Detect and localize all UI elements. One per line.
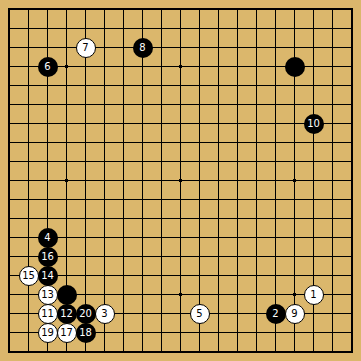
board-intersection: [19, 342, 38, 361]
board-intersection: [323, 38, 342, 57]
board-intersection: [152, 342, 171, 361]
board-intersection: [171, 190, 190, 209]
board-intersection: [247, 285, 266, 304]
white-stone: 19: [38, 323, 58, 343]
board-intersection: [19, 95, 38, 114]
board-intersection: [285, 323, 304, 342]
black-stone: 18: [76, 323, 96, 343]
board-intersection: [95, 323, 114, 342]
board-intersection: [209, 76, 228, 95]
board-intersection: [190, 323, 209, 342]
board-intersection: [114, 38, 133, 57]
board-intersection: [0, 0, 19, 19]
board-intersection: [19, 114, 38, 133]
board-intersection: [342, 228, 361, 247]
board-intersection: [0, 114, 19, 133]
board-intersection: [133, 171, 152, 190]
board-intersection: [247, 76, 266, 95]
board-intersection: [342, 95, 361, 114]
board-intersection: [152, 76, 171, 95]
board-intersection: [38, 76, 57, 95]
board-intersection: [0, 152, 19, 171]
board-intersection: [266, 57, 285, 76]
board-intersection: [95, 266, 114, 285]
board-intersection: [266, 76, 285, 95]
board-intersection: [190, 247, 209, 266]
board-intersection: [209, 266, 228, 285]
board-intersection: [133, 152, 152, 171]
board-intersection: [209, 190, 228, 209]
board-intersection: [95, 38, 114, 57]
board-intersection: [323, 304, 342, 323]
board-intersection: [57, 95, 76, 114]
board-intersection: [19, 0, 38, 19]
board-intersection: [133, 209, 152, 228]
board-intersection: [171, 285, 190, 304]
board-intersection: [342, 342, 361, 361]
board-intersection: [342, 266, 361, 285]
board-intersection: [304, 152, 323, 171]
board-intersection: [247, 342, 266, 361]
board-intersection: [95, 57, 114, 76]
board-intersection: [152, 209, 171, 228]
white-stone: 11: [38, 304, 58, 324]
board-intersection: [114, 76, 133, 95]
star-point: [179, 179, 182, 182]
board-intersection: [266, 38, 285, 57]
board-intersection: [228, 38, 247, 57]
board-intersection: [190, 114, 209, 133]
board-intersection: [171, 57, 190, 76]
board-intersection: [133, 228, 152, 247]
board-intersection: [209, 57, 228, 76]
board-intersection: [57, 38, 76, 57]
board-intersection: [304, 19, 323, 38]
board-intersection: [228, 152, 247, 171]
board-intersection: [133, 266, 152, 285]
black-stone: 14: [38, 266, 58, 286]
board-intersection: [57, 57, 76, 76]
board-intersection: [190, 76, 209, 95]
board-intersection: [152, 228, 171, 247]
board-intersection: [304, 342, 323, 361]
board-intersection: [133, 323, 152, 342]
board-intersection: [76, 190, 95, 209]
board-intersection: [285, 76, 304, 95]
board-intersection: [152, 0, 171, 19]
board-intersection: [38, 114, 57, 133]
board-intersection: [323, 190, 342, 209]
board-intersection: [342, 57, 361, 76]
board-intersection: [114, 152, 133, 171]
board-intersection: [95, 133, 114, 152]
board-intersection: [304, 323, 323, 342]
board-intersection: [247, 152, 266, 171]
white-stone: 17: [57, 323, 77, 343]
black-stone-handicap: [285, 57, 305, 77]
board-intersection: [304, 0, 323, 19]
board-intersection: [266, 266, 285, 285]
board-intersection: [266, 171, 285, 190]
board-intersection: [304, 95, 323, 114]
board-intersection: [228, 323, 247, 342]
black-stone: 2: [266, 304, 286, 324]
board-intersection: [38, 342, 57, 361]
board-intersection: [114, 133, 133, 152]
board-intersection: [114, 304, 133, 323]
board-intersection: [76, 247, 95, 266]
board-intersection: [285, 19, 304, 38]
board-intersection: [247, 19, 266, 38]
board-intersection: [38, 38, 57, 57]
board-intersection: [323, 209, 342, 228]
board-intersection: [171, 19, 190, 38]
board-intersection: [228, 0, 247, 19]
board-intersection: [152, 323, 171, 342]
board-intersection: [323, 0, 342, 19]
board-intersection: [342, 152, 361, 171]
board-intersection: [114, 323, 133, 342]
board-intersection: [209, 38, 228, 57]
board-intersection: [114, 0, 133, 19]
board-intersection: [266, 247, 285, 266]
board-intersection: [323, 247, 342, 266]
board-intersection: [152, 171, 171, 190]
board-intersection: [228, 57, 247, 76]
board-intersection: [304, 133, 323, 152]
board-intersection: [209, 304, 228, 323]
board-intersection: [190, 285, 209, 304]
board-intersection: [304, 171, 323, 190]
board-intersection: [266, 323, 285, 342]
white-stone: 5: [190, 304, 210, 324]
board-intersection: [190, 38, 209, 57]
board-intersection: [95, 247, 114, 266]
black-stone: 16: [38, 247, 58, 267]
board-intersection: [171, 266, 190, 285]
black-stone: 12: [57, 304, 77, 324]
board-intersection: [76, 171, 95, 190]
board-intersection: [304, 190, 323, 209]
star-point: [179, 293, 182, 296]
board-intersection: [152, 38, 171, 57]
board-intersection: [304, 304, 323, 323]
board-intersection: [114, 342, 133, 361]
board-intersection: [209, 133, 228, 152]
board-intersection: [133, 190, 152, 209]
board-intersection: [133, 114, 152, 133]
board-intersection: [171, 228, 190, 247]
star-point: [65, 65, 68, 68]
board-intersection: [171, 95, 190, 114]
board-intersection: [95, 285, 114, 304]
board-intersection: [133, 95, 152, 114]
board-intersection: [323, 266, 342, 285]
board-intersection: [152, 95, 171, 114]
board-intersection: [304, 38, 323, 57]
board-intersection: [133, 0, 152, 19]
board-intersection: [76, 342, 95, 361]
board-intersection: [247, 228, 266, 247]
board-intersection: [19, 209, 38, 228]
board-intersection: [247, 0, 266, 19]
board-intersection: [209, 114, 228, 133]
board-intersection: [76, 57, 95, 76]
board-intersection: [76, 228, 95, 247]
white-stone: 15: [19, 266, 39, 286]
board-intersection: [57, 0, 76, 19]
board-intersection: [0, 228, 19, 247]
board-intersection: [247, 190, 266, 209]
board-intersection: [76, 152, 95, 171]
board-intersection: [19, 133, 38, 152]
board-intersection: [57, 133, 76, 152]
board-intersection: [209, 0, 228, 19]
board-intersection: [323, 57, 342, 76]
board-intersection: [152, 247, 171, 266]
board-intersection: [95, 95, 114, 114]
board-intersection: [57, 171, 76, 190]
board-intersection: [152, 285, 171, 304]
board-intersection: [228, 133, 247, 152]
board-intersection: [0, 342, 19, 361]
board-intersection: [57, 114, 76, 133]
board-intersection: [247, 209, 266, 228]
board-intersection: [190, 57, 209, 76]
board-intersection: [190, 19, 209, 38]
board-intersection: [76, 209, 95, 228]
board-intersection: [76, 19, 95, 38]
board-intersection: [76, 114, 95, 133]
board-intersection: [285, 209, 304, 228]
board-intersection: [19, 171, 38, 190]
board-intersection: [304, 57, 323, 76]
board-intersection: [76, 266, 95, 285]
board-intersection: [266, 342, 285, 361]
board-intersection: [247, 323, 266, 342]
board-intersection: [304, 247, 323, 266]
board-intersection: [209, 171, 228, 190]
board-intersection: [190, 342, 209, 361]
board-intersection: [152, 266, 171, 285]
board-intersection: [0, 57, 19, 76]
board-intersection: [0, 133, 19, 152]
board-intersection: [57, 190, 76, 209]
board-intersection: [285, 38, 304, 57]
board-intersection: [228, 285, 247, 304]
board-intersection: [247, 266, 266, 285]
board-intersection: [57, 266, 76, 285]
board-intersection: [342, 19, 361, 38]
board-intersection: [76, 133, 95, 152]
board-intersection: [114, 114, 133, 133]
board-intersection: [95, 228, 114, 247]
board-intersection: [171, 209, 190, 228]
board-intersection: [171, 304, 190, 323]
board-intersection: [114, 266, 133, 285]
board-intersection: [209, 323, 228, 342]
board-intersection: [114, 19, 133, 38]
board-intersection: [266, 95, 285, 114]
white-stone: 3: [95, 304, 115, 324]
board-intersection: [342, 114, 361, 133]
board-intersection: [133, 133, 152, 152]
board-intersection: [190, 152, 209, 171]
black-stone: 20: [76, 304, 96, 324]
board-intersection: [228, 114, 247, 133]
board-intersection: [171, 114, 190, 133]
board-intersection: [285, 171, 304, 190]
board-intersection: [57, 76, 76, 95]
board-intersection: [95, 190, 114, 209]
board-intersection: [228, 342, 247, 361]
board-intersection: [304, 266, 323, 285]
board-intersection: [114, 228, 133, 247]
board-intersection: [247, 38, 266, 57]
board-intersection: [152, 57, 171, 76]
board-intersection: [0, 323, 19, 342]
board-intersection: [228, 209, 247, 228]
board-intersection: [19, 19, 38, 38]
board-intersection: [0, 19, 19, 38]
board-intersection: [19, 57, 38, 76]
board-intersection: [228, 171, 247, 190]
board-intersection: [0, 209, 19, 228]
board-intersection: [0, 247, 19, 266]
board-intersection: [285, 228, 304, 247]
board-intersection: [342, 247, 361, 266]
black-stone: 8: [133, 38, 153, 58]
board-intersection: [209, 95, 228, 114]
board-intersection: [228, 76, 247, 95]
board-intersection: [285, 266, 304, 285]
board-intersection: [342, 190, 361, 209]
board-intersection: [19, 304, 38, 323]
board-intersection: [152, 19, 171, 38]
board-intersection: [0, 285, 19, 304]
board-intersection: [76, 285, 95, 304]
board-intersection: [323, 19, 342, 38]
board-intersection: [209, 19, 228, 38]
board-intersection: [19, 285, 38, 304]
board-intersection: [266, 228, 285, 247]
board-intersection: [190, 95, 209, 114]
board-intersection: [209, 209, 228, 228]
board-intersection: [247, 171, 266, 190]
board-intersection: [171, 323, 190, 342]
board-intersection: [0, 171, 19, 190]
board-intersection: [285, 285, 304, 304]
board-intersection: [266, 190, 285, 209]
board-intersection: [57, 247, 76, 266]
board-intersection: [323, 323, 342, 342]
board-intersection: [19, 38, 38, 57]
board-intersection: [133, 304, 152, 323]
board-intersection: [266, 285, 285, 304]
star-point: [293, 179, 296, 182]
board-intersection: [323, 95, 342, 114]
board-intersection: [95, 152, 114, 171]
board-intersection: [95, 19, 114, 38]
board-intersection: [228, 247, 247, 266]
board-intersection: [152, 190, 171, 209]
board-intersection: [342, 76, 361, 95]
white-stone: 9: [285, 304, 305, 324]
board-intersection: [95, 114, 114, 133]
board-intersection: [0, 266, 19, 285]
board-intersection: [38, 133, 57, 152]
board-intersection: [228, 266, 247, 285]
board-intersection: [38, 190, 57, 209]
board-intersection: [266, 19, 285, 38]
board-intersection: [285, 152, 304, 171]
board-intersection: [266, 133, 285, 152]
board-intersection: [285, 114, 304, 133]
board-intersection: [57, 342, 76, 361]
board-intersection: [247, 57, 266, 76]
board-intersection: [266, 209, 285, 228]
board-intersection: [0, 190, 19, 209]
board-intersection: [323, 285, 342, 304]
board-intersection: [285, 133, 304, 152]
board-intersection: [190, 228, 209, 247]
board-intersection: [133, 247, 152, 266]
board-intersection: [190, 266, 209, 285]
board-intersection: [38, 95, 57, 114]
board-intersection: [266, 152, 285, 171]
board-intersection: [133, 342, 152, 361]
board-intersection: [19, 228, 38, 247]
board-intersection: [171, 152, 190, 171]
white-stone: 1: [304, 285, 324, 305]
board-intersection: [247, 247, 266, 266]
board-intersection: [323, 133, 342, 152]
board-intersection: [190, 171, 209, 190]
board-intersection: [19, 152, 38, 171]
board-intersection: [114, 95, 133, 114]
board-intersection: [266, 0, 285, 19]
board-intersection: [152, 114, 171, 133]
board-intersection: [323, 76, 342, 95]
board-intersection: [285, 247, 304, 266]
board-intersection: [342, 171, 361, 190]
board-intersection: [38, 171, 57, 190]
board-intersection: [114, 285, 133, 304]
board-intersection: [342, 133, 361, 152]
white-stone: 7: [76, 38, 96, 58]
white-stone: 13: [38, 285, 58, 305]
board-intersection: [171, 247, 190, 266]
board-intersection: [247, 304, 266, 323]
board-intersection: [342, 0, 361, 19]
board-intersection: [0, 95, 19, 114]
board-intersection: [228, 95, 247, 114]
board-intersection: [228, 228, 247, 247]
board-intersection: [76, 76, 95, 95]
board-intersection: [247, 95, 266, 114]
board-intersection: [209, 152, 228, 171]
black-stone: 10: [304, 114, 324, 134]
board-intersection: [304, 209, 323, 228]
board-intersection: [114, 190, 133, 209]
board-intersection: [171, 76, 190, 95]
board-intersection: [247, 114, 266, 133]
board-intersection: [342, 323, 361, 342]
board-intersection: [76, 95, 95, 114]
board-intersection: [38, 152, 57, 171]
board-intersection: [190, 190, 209, 209]
board-intersection: [95, 171, 114, 190]
